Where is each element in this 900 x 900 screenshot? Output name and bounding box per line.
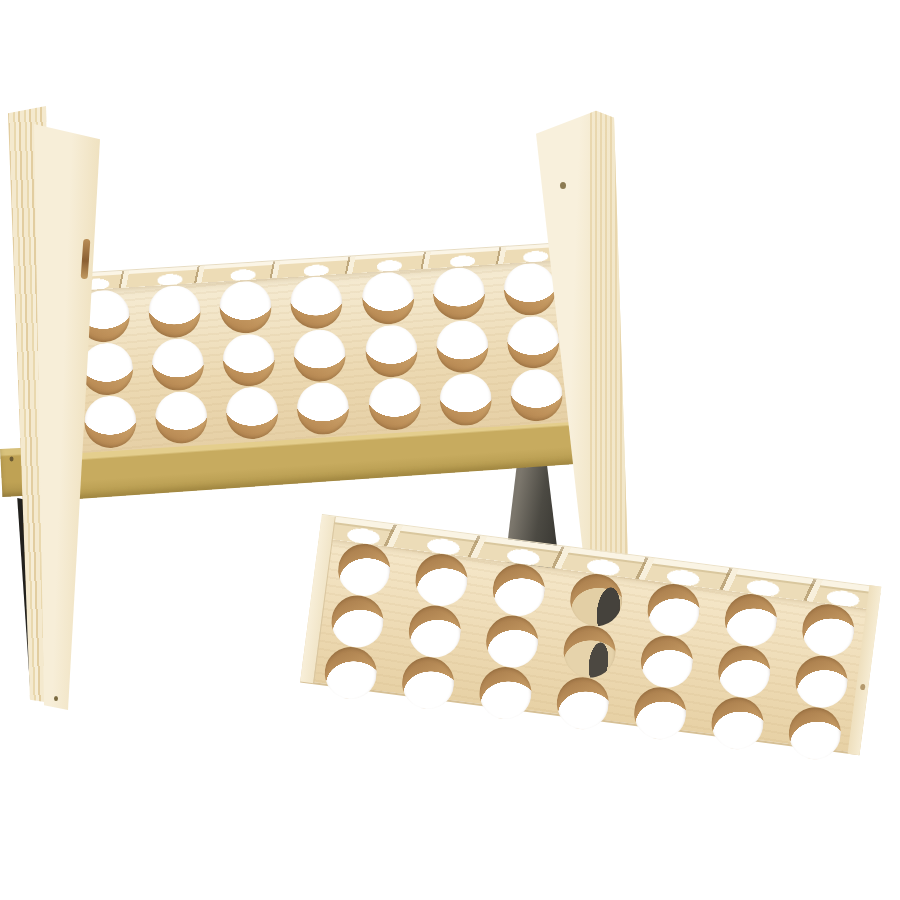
hole-r3-c4 <box>554 674 612 732</box>
hole-r3-c3 <box>225 386 280 441</box>
hole-r2-c2 <box>150 337 205 392</box>
wooden-connect-four-photo <box>0 0 900 900</box>
hole-r2-c6 <box>435 319 490 374</box>
hole-r3-c7 <box>509 368 564 423</box>
standing-hole-grid <box>66 260 574 451</box>
hole-r1-c6 <box>431 266 486 321</box>
hole-r3-c2 <box>154 390 209 445</box>
hole-r2-c7 <box>506 315 561 370</box>
hole-r2-c7 <box>792 653 850 711</box>
hole-r2-c5 <box>638 633 696 691</box>
hole-r1-c4 <box>567 571 625 629</box>
hole-r3-c5 <box>367 377 422 432</box>
hole-r2-c3 <box>483 612 541 670</box>
hole-r2-c1 <box>328 592 386 650</box>
hole-r3-c1 <box>322 644 380 702</box>
left-post <box>6 106 106 710</box>
right-post-plywood-edge <box>590 104 628 562</box>
hole-r1-c7 <box>799 601 857 659</box>
hole-r1-c3 <box>490 561 548 619</box>
hole-r3-c5 <box>631 684 689 742</box>
hole-r1-c1 <box>335 541 393 599</box>
hole-r3-c4 <box>296 381 351 436</box>
hole-r1-c5 <box>360 270 415 325</box>
dowel-hole-icon <box>560 182 566 189</box>
hole-r2-c5 <box>364 324 419 379</box>
hole-r2-c2 <box>406 602 464 660</box>
hole-r1-c6 <box>722 591 780 649</box>
hole-r3-c2 <box>399 654 457 712</box>
hole-r3-c6 <box>708 694 766 752</box>
dowel-hole-icon <box>54 696 58 701</box>
hole-r3-c7 <box>786 704 844 762</box>
standing-board-half <box>57 242 580 454</box>
hole-r2-c6 <box>715 643 773 701</box>
hole-r3-c3 <box>476 664 534 722</box>
hole-r3-c6 <box>438 372 493 427</box>
hole-r1-c2 <box>412 551 470 609</box>
hole-r2-c4 <box>293 328 348 383</box>
hole-r1-c3 <box>218 279 273 334</box>
hole-r2-c3 <box>221 333 276 388</box>
hole-r2-c4 <box>560 622 618 680</box>
hole-r1-c7 <box>503 261 558 316</box>
dowel-hole-icon <box>860 683 866 690</box>
hole-r1-c4 <box>289 275 344 330</box>
lying-board-half <box>300 514 881 755</box>
standing-board-face <box>58 260 580 454</box>
hole-r1-c2 <box>147 284 202 339</box>
hole-r1-c5 <box>644 581 702 639</box>
